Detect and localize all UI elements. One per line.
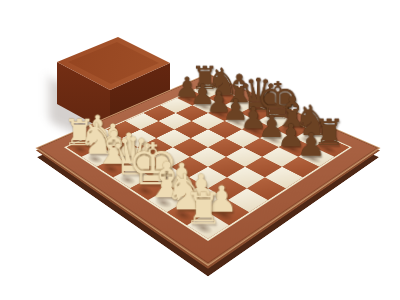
piece-black-knight: ♞ [293,101,318,142]
piece-black-rook: ♜ [313,115,338,151]
square-b2: ♟ [102,138,137,157]
piece-shadow [171,207,196,223]
piece-shadow [90,135,110,146]
piece-shadow [245,126,266,137]
piece-shadow [100,163,122,176]
square-h7: ♟ [298,147,334,167]
piece-shadow [302,153,325,165]
piece-shadow [85,153,106,165]
square-e4 [190,147,226,167]
square-c2: ♟ [118,147,154,167]
product-photo: ♜♞♝♛♚♝♞♜♟♟♟♟♟♟♟♟♟♟♟♟♟♟♟♟♜♞♝♛♚♝♞♜ [0,0,400,300]
chess-scene: ♜♞♝♛♚♝♞♜♟♟♟♟♟♟♟♟♟♟♟♟♟♟♟♟♜♞♝♛♚♝♞♜ [0,0,400,300]
square-h5 [265,167,303,189]
piece-shadow [191,220,217,236]
